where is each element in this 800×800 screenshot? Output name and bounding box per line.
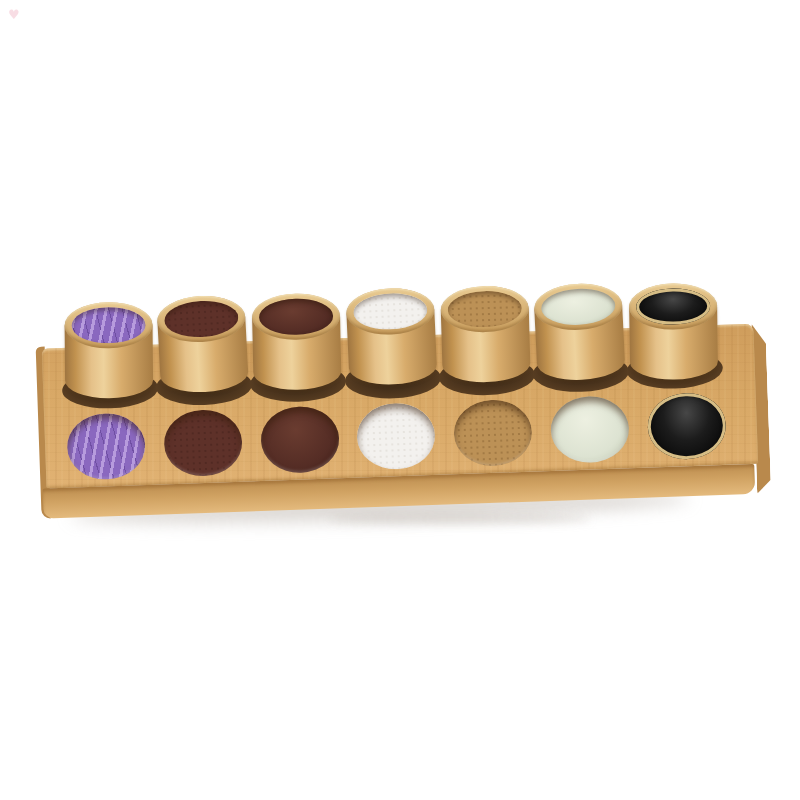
cylinder-purple-wave[interactable] xyxy=(64,302,153,399)
texture-disc-black-gloss xyxy=(636,288,710,325)
cylinder-pale-green-smooth[interactable] xyxy=(533,282,626,382)
cylinder-dark-red-sandpaper[interactable] xyxy=(156,294,249,394)
texture-disc-dark-brown-smooth xyxy=(259,298,334,336)
tactile-cylinder-board xyxy=(34,275,774,540)
texture-disc-purple-wave xyxy=(71,307,145,344)
texture-disc-cork xyxy=(447,290,522,328)
texture-disc-dark-red-sandpaper xyxy=(163,299,239,339)
texture-disc-pale-green-smooth xyxy=(540,287,616,327)
product-photo-scene: ♥ xyxy=(0,0,800,800)
cylinder-dark-brown-smooth[interactable] xyxy=(252,293,342,391)
cylinder-cork[interactable] xyxy=(440,285,531,383)
faint-watermark-mark: ♥ xyxy=(8,8,20,21)
texture-disc-white-fleece xyxy=(353,292,429,331)
cylinder-white-fleece[interactable] xyxy=(345,286,437,386)
cylinder-black-gloss[interactable] xyxy=(629,283,718,380)
